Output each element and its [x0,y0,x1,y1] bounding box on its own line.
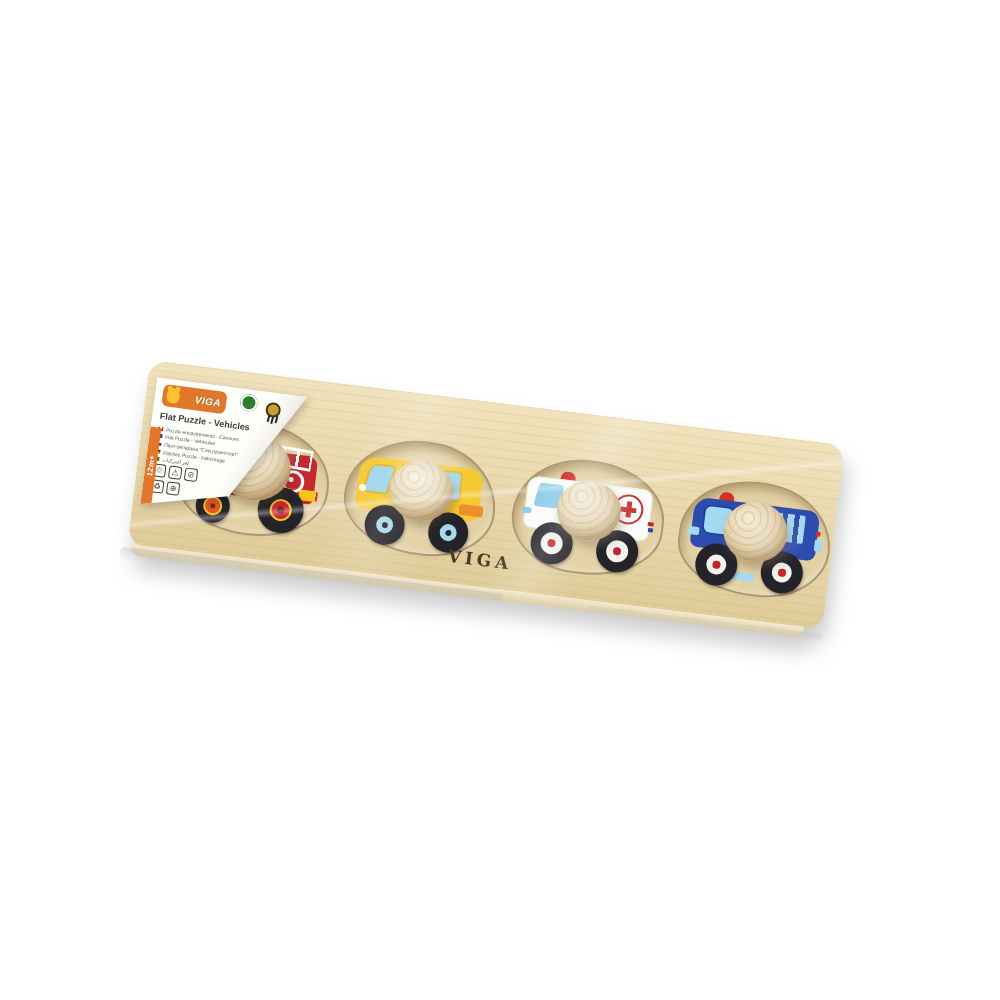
no-small-parts-icon: ⊘ [184,467,199,482]
quality-seal-icon: ⊕ [166,481,181,496]
viga-logo: VIGA [161,384,227,414]
logo-text: VIGA [194,394,222,408]
ambulance-tail-light-blue [648,528,653,533]
product-photo: VIGA VIGA Flat Puzzle - Vehicles Puzzle … [0,0,1000,1000]
police-tail-light [815,531,821,537]
slot-ambulance [506,452,671,584]
police-rear-bumper [814,539,823,552]
warning-icon: ⚠ [168,465,183,480]
eco-certification-badge [239,393,258,412]
age-label: 12m+ [145,455,157,477]
safety-icons: ♲ ⚠ ⊘ ♻ ⊕ [150,463,209,499]
gold-award-badge [265,402,282,419]
slot-bus [338,432,503,564]
bear-mascot-icon [166,387,181,404]
police-front-bumper [687,526,700,535]
slot-police-car [672,473,837,605]
ambulance-front-bumper [522,507,532,514]
ambulance-tail-light-red [647,522,653,527]
